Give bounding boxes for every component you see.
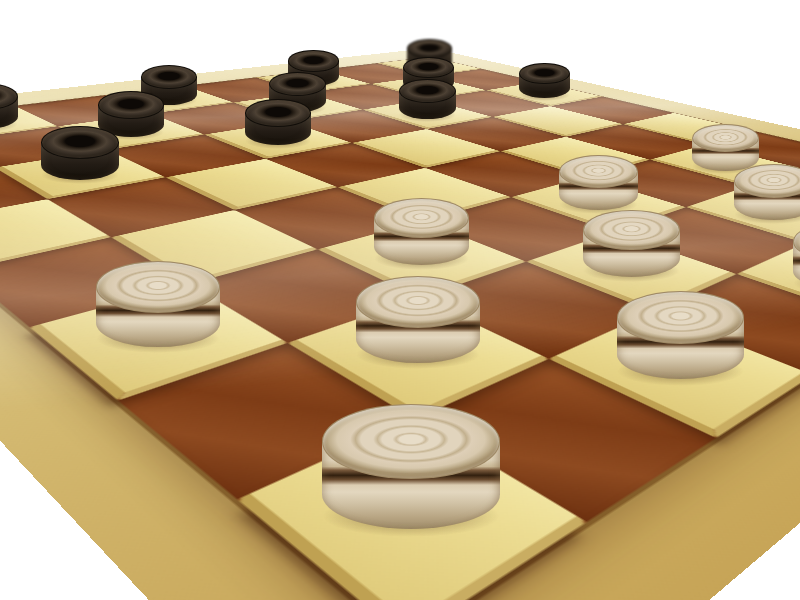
- board-grid: [0, 57, 800, 600]
- scene: ⛂⛂⛂⛂⛂⛂⛂⛂⛂⛂⛂⛂⛀⛀⛀⛀⛀⛀⛀⛀⛀⛀⛀⛀: [0, 0, 800, 600]
- checkers-board: [0, 48, 800, 600]
